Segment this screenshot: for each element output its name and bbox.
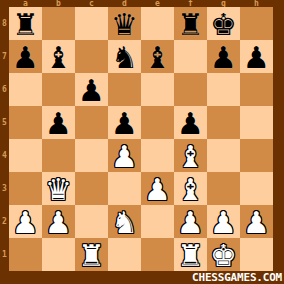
square-e8 xyxy=(141,7,174,40)
square-f2: ♟ xyxy=(174,205,207,238)
square-a7: ♟ xyxy=(9,40,42,73)
square-c2 xyxy=(75,205,108,238)
white-king: ♚ xyxy=(210,241,237,271)
square-c3 xyxy=(75,172,108,205)
square-d5: ♟ xyxy=(108,106,141,139)
square-h6 xyxy=(240,73,273,106)
black-pawn: ♟ xyxy=(45,109,72,139)
square-e6 xyxy=(141,73,174,106)
square-h8 xyxy=(240,7,273,40)
black-pawn: ♟ xyxy=(243,43,270,73)
black-pawn: ♟ xyxy=(177,109,204,139)
rank-label-1: 1 xyxy=(0,238,9,271)
square-b8 xyxy=(42,7,75,40)
chessgames-watermark: CHESSGAMES.COM xyxy=(192,272,282,283)
square-e4 xyxy=(141,139,174,172)
square-f7 xyxy=(174,40,207,73)
square-g1: ♚ xyxy=(207,238,240,271)
rank-label-2: 2 xyxy=(0,205,9,238)
square-g2: ♟ xyxy=(207,205,240,238)
square-a1 xyxy=(9,238,42,271)
black-bishop: ♝ xyxy=(144,43,171,73)
square-c8 xyxy=(75,7,108,40)
square-b7: ♝ xyxy=(42,40,75,73)
file-label-c: c xyxy=(75,0,108,7)
file-label-g: g xyxy=(207,0,240,7)
square-h4 xyxy=(240,139,273,172)
file-label-a: a xyxy=(9,0,42,7)
white-rook: ♜ xyxy=(177,241,204,271)
square-c5 xyxy=(75,106,108,139)
square-c7 xyxy=(75,40,108,73)
square-f4: ♝ xyxy=(174,139,207,172)
square-g5 xyxy=(207,106,240,139)
square-e2 xyxy=(141,205,174,238)
file-label-e: e xyxy=(141,0,174,7)
square-a2: ♟ xyxy=(9,205,42,238)
square-d4: ♟ xyxy=(108,139,141,172)
square-h1 xyxy=(240,238,273,271)
white-pawn: ♟ xyxy=(243,208,270,238)
square-d1 xyxy=(108,238,141,271)
black-rook: ♜ xyxy=(12,10,39,40)
rank-label-7: 7 xyxy=(0,40,9,73)
square-b4 xyxy=(42,139,75,172)
white-pawn: ♟ xyxy=(12,208,39,238)
rank-labels: 87654321 xyxy=(0,7,9,271)
square-h5 xyxy=(240,106,273,139)
square-h3 xyxy=(240,172,273,205)
square-b2: ♟ xyxy=(42,205,75,238)
white-pawn: ♟ xyxy=(210,208,237,238)
square-f1: ♜ xyxy=(174,238,207,271)
square-f3: ♝ xyxy=(174,172,207,205)
black-pawn: ♟ xyxy=(210,43,237,73)
black-pawn: ♟ xyxy=(12,43,39,73)
file-label-f: f xyxy=(174,0,207,7)
file-label-b: b xyxy=(42,0,75,7)
black-knight: ♞ xyxy=(111,43,138,73)
square-f8: ♜ xyxy=(174,7,207,40)
white-bishop: ♝ xyxy=(177,142,204,172)
square-d8: ♛ xyxy=(108,7,141,40)
rank-label-3: 3 xyxy=(0,172,9,205)
square-f5: ♟ xyxy=(174,106,207,139)
square-a5 xyxy=(9,106,42,139)
square-c1: ♜ xyxy=(75,238,108,271)
chess-board: ♜♛♜♚♟♝♞♝♟♟♟♟♟♟♟♝♛♟♝♟♟♞♟♟♟♜♜♚ xyxy=(9,7,273,271)
square-d6 xyxy=(108,73,141,106)
square-a8: ♜ xyxy=(9,7,42,40)
square-g7: ♟ xyxy=(207,40,240,73)
rank-label-4: 4 xyxy=(0,139,9,172)
square-c6: ♟ xyxy=(75,73,108,106)
white-pawn: ♟ xyxy=(45,208,72,238)
square-a4 xyxy=(9,139,42,172)
square-a6 xyxy=(9,73,42,106)
file-label-d: d xyxy=(108,0,141,7)
square-d2: ♞ xyxy=(108,205,141,238)
square-g6 xyxy=(207,73,240,106)
white-pawn: ♟ xyxy=(144,175,171,205)
rank-label-5: 5 xyxy=(0,106,9,139)
black-bishop: ♝ xyxy=(45,43,72,73)
square-e1 xyxy=(141,238,174,271)
square-e3: ♟ xyxy=(141,172,174,205)
square-h2: ♟ xyxy=(240,205,273,238)
black-rook: ♜ xyxy=(177,10,204,40)
square-h7: ♟ xyxy=(240,40,273,73)
square-g3 xyxy=(207,172,240,205)
square-e7: ♝ xyxy=(141,40,174,73)
square-b5: ♟ xyxy=(42,106,75,139)
square-b6 xyxy=(42,73,75,106)
rank-label-8: 8 xyxy=(0,7,9,40)
square-e5 xyxy=(141,106,174,139)
square-c4 xyxy=(75,139,108,172)
square-b1 xyxy=(42,238,75,271)
white-queen: ♛ xyxy=(45,175,72,205)
white-bishop: ♝ xyxy=(177,175,204,205)
file-label-h: h xyxy=(240,0,273,7)
file-labels: abcdefgh xyxy=(9,0,273,7)
black-queen: ♛ xyxy=(111,10,138,40)
black-pawn: ♟ xyxy=(78,76,105,106)
black-pawn: ♟ xyxy=(111,109,138,139)
rank-label-6: 6 xyxy=(0,73,9,106)
white-pawn: ♟ xyxy=(177,208,204,238)
square-b3: ♛ xyxy=(42,172,75,205)
white-rook: ♜ xyxy=(78,241,105,271)
square-d3 xyxy=(108,172,141,205)
square-d7: ♞ xyxy=(108,40,141,73)
square-g4 xyxy=(207,139,240,172)
white-pawn: ♟ xyxy=(111,142,138,172)
black-king: ♚ xyxy=(210,10,237,40)
square-f6 xyxy=(174,73,207,106)
square-a3 xyxy=(9,172,42,205)
white-knight: ♞ xyxy=(111,208,138,238)
square-g8: ♚ xyxy=(207,7,240,40)
